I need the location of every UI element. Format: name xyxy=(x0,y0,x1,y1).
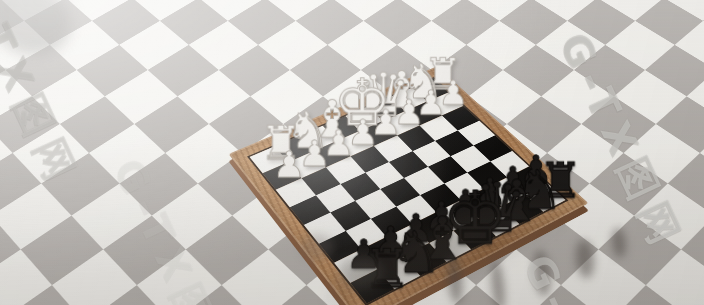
render-stage: ♜♞♝♚♛♝♞♜♟♟♟♟♟♟♟♟♟♟♟♟♟♟♟♟♜♞♝♚♛♝♞♜ G-TX图网 … xyxy=(0,0,704,305)
scene-3d: ♜♞♝♚♛♝♞♜♟♟♟♟♟♟♟♟♟♟♟♟♟♟♟♟♜♞♝♚♛♝♞♜ xyxy=(0,0,704,305)
